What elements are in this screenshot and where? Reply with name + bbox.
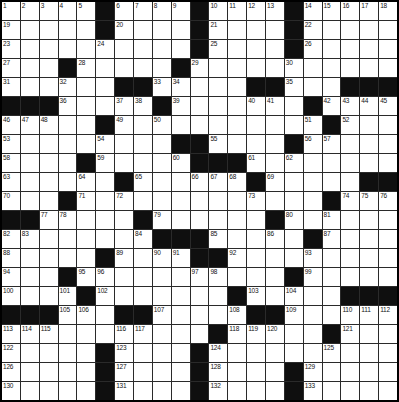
white-cell-r14c14[interactable] <box>266 268 284 286</box>
white-cell-r6c3[interactable] <box>59 116 77 134</box>
white-cell-r9c2[interactable] <box>40 173 58 191</box>
white-cell-r18c11[interactable]: 124 <box>209 344 227 362</box>
white-cell-r9c18[interactable] <box>341 173 359 191</box>
white-cell-r19c18[interactable] <box>341 363 359 381</box>
white-cell-r6c12[interactable] <box>228 116 246 134</box>
white-cell-r20c18[interactable] <box>341 382 359 400</box>
white-cell-r11c3[interactable]: 78 <box>59 211 77 229</box>
white-cell-r15c10[interactable] <box>191 287 209 305</box>
white-cell-r19c14[interactable] <box>266 363 284 381</box>
white-cell-r8c18[interactable] <box>341 154 359 172</box>
white-cell-r14c13[interactable] <box>247 268 265 286</box>
white-cell-r0c14[interactable]: 13 <box>266 2 284 20</box>
white-cell-r8c16[interactable] <box>304 154 322 172</box>
white-cell-r9c12[interactable]: 68 <box>228 173 246 191</box>
white-cell-r20c1[interactable] <box>21 382 39 400</box>
white-cell-r20c12[interactable] <box>228 382 246 400</box>
white-cell-r17c12[interactable]: 118 <box>228 325 246 343</box>
white-cell-r5c20[interactable]: 45 <box>379 97 397 115</box>
white-cell-r5c18[interactable]: 43 <box>341 97 359 115</box>
white-cell-r7c2[interactable] <box>40 135 58 153</box>
white-cell-r16c11[interactable] <box>209 306 227 324</box>
white-cell-r12c20[interactable] <box>379 230 397 248</box>
white-cell-r9c8[interactable] <box>153 173 171 191</box>
white-cell-r8c1[interactable] <box>21 154 39 172</box>
white-cell-r12c3[interactable] <box>59 230 77 248</box>
white-cell-r17c4[interactable] <box>77 325 95 343</box>
white-cell-r20c8[interactable] <box>153 382 171 400</box>
white-cell-r11c17[interactable]: 81 <box>323 211 341 229</box>
white-cell-r16c8[interactable]: 107 <box>153 306 171 324</box>
white-cell-r16c3[interactable]: 105 <box>59 306 77 324</box>
white-cell-r10c16[interactable] <box>304 192 322 210</box>
white-cell-r8c9[interactable]: 60 <box>172 154 190 172</box>
white-cell-r14c12[interactable] <box>228 268 246 286</box>
white-cell-r13c0[interactable]: 88 <box>2 249 20 267</box>
white-cell-r12c5[interactable] <box>96 230 114 248</box>
white-cell-r0c2[interactable]: 3 <box>40 2 58 20</box>
white-cell-r13c13[interactable] <box>247 249 265 267</box>
white-cell-r7c11[interactable]: 55 <box>209 135 227 153</box>
white-cell-r10c1[interactable] <box>21 192 39 210</box>
white-cell-r10c2[interactable] <box>40 192 58 210</box>
white-cell-r2c1[interactable] <box>21 40 39 58</box>
white-cell-r13c2[interactable] <box>40 249 58 267</box>
white-cell-r20c16[interactable]: 133 <box>304 382 322 400</box>
white-cell-r19c12[interactable] <box>228 363 246 381</box>
white-cell-r6c13[interactable] <box>247 116 265 134</box>
white-cell-r4c15[interactable]: 35 <box>285 78 303 96</box>
white-cell-r17c3[interactable] <box>59 325 77 343</box>
white-cell-r3c5[interactable] <box>96 59 114 77</box>
white-cell-r13c6[interactable]: 89 <box>115 249 133 267</box>
white-cell-r16c19[interactable]: 111 <box>360 306 378 324</box>
white-cell-r12c15[interactable] <box>285 230 303 248</box>
white-cell-r18c13[interactable] <box>247 344 265 362</box>
white-cell-r15c13[interactable]: 103 <box>247 287 265 305</box>
white-cell-r18c2[interactable] <box>40 344 58 362</box>
white-cell-r2c2[interactable] <box>40 40 58 58</box>
white-cell-r11c4[interactable] <box>77 211 95 229</box>
white-cell-r14c7[interactable] <box>134 268 152 286</box>
white-cell-r17c7[interactable]: 117 <box>134 325 152 343</box>
white-cell-r17c1[interactable]: 114 <box>21 325 39 343</box>
white-cell-r11c8[interactable]: 79 <box>153 211 171 229</box>
white-cell-r5c10[interactable] <box>191 97 209 115</box>
white-cell-r5c9[interactable]: 39 <box>172 97 190 115</box>
white-cell-r9c16[interactable] <box>304 173 322 191</box>
white-cell-r17c6[interactable]: 116 <box>115 325 133 343</box>
white-cell-r8c6[interactable] <box>115 154 133 172</box>
white-cell-r14c9[interactable] <box>172 268 190 286</box>
white-cell-r4c2[interactable] <box>40 78 58 96</box>
white-cell-r16c18[interactable]: 110 <box>341 306 359 324</box>
white-cell-r1c11[interactable]: 21 <box>209 21 227 39</box>
white-cell-r10c19[interactable]: 75 <box>360 192 378 210</box>
white-cell-r6c16[interactable]: 51 <box>304 116 322 134</box>
white-cell-r3c2[interactable] <box>40 59 58 77</box>
white-cell-r15c5[interactable]: 102 <box>96 287 114 305</box>
white-cell-r14c16[interactable]: 99 <box>304 268 322 286</box>
white-cell-r12c6[interactable] <box>115 230 133 248</box>
white-cell-r17c10[interactable] <box>191 325 209 343</box>
white-cell-r0c6[interactable]: 6 <box>115 2 133 20</box>
white-cell-r17c18[interactable]: 121 <box>341 325 359 343</box>
white-cell-r0c7[interactable]: 7 <box>134 2 152 20</box>
white-cell-r10c7[interactable] <box>134 192 152 210</box>
white-cell-r19c19[interactable] <box>360 363 378 381</box>
white-cell-r11c16[interactable] <box>304 211 322 229</box>
white-cell-r2c9[interactable] <box>172 40 190 58</box>
white-cell-r5c14[interactable]: 41 <box>266 97 284 115</box>
white-cell-r18c20[interactable] <box>379 344 397 362</box>
white-cell-r18c1[interactable] <box>21 344 39 362</box>
white-cell-r3c10[interactable]: 29 <box>191 59 209 77</box>
white-cell-r14c2[interactable] <box>40 268 58 286</box>
white-cell-r8c19[interactable] <box>360 154 378 172</box>
white-cell-r20c13[interactable] <box>247 382 265 400</box>
white-cell-r2c4[interactable] <box>77 40 95 58</box>
white-cell-r17c20[interactable] <box>379 325 397 343</box>
white-cell-r18c9[interactable] <box>172 344 190 362</box>
white-cell-r3c7[interactable] <box>134 59 152 77</box>
white-cell-r2c13[interactable] <box>247 40 265 58</box>
white-cell-r3c4[interactable]: 28 <box>77 59 95 77</box>
white-cell-r5c7[interactable]: 38 <box>134 97 152 115</box>
white-cell-r13c12[interactable]: 92 <box>228 249 246 267</box>
white-cell-r14c10[interactable]: 97 <box>191 268 209 286</box>
white-cell-r0c3[interactable]: 4 <box>59 2 77 20</box>
white-cell-r18c3[interactable] <box>59 344 77 362</box>
white-cell-r14c0[interactable]: 94 <box>2 268 20 286</box>
white-cell-r20c14[interactable] <box>266 382 284 400</box>
white-cell-r5c3[interactable]: 36 <box>59 97 77 115</box>
white-cell-r4c17[interactable] <box>323 78 341 96</box>
white-cell-r2c12[interactable] <box>228 40 246 58</box>
white-cell-r1c12[interactable] <box>228 21 246 39</box>
white-cell-r9c9[interactable] <box>172 173 190 191</box>
white-cell-r17c16[interactable] <box>304 325 322 343</box>
white-cell-r0c11[interactable]: 10 <box>209 2 227 20</box>
white-cell-r13c14[interactable] <box>266 249 284 267</box>
white-cell-r7c20[interactable] <box>379 135 397 153</box>
white-cell-r10c9[interactable] <box>172 192 190 210</box>
white-cell-r15c1[interactable] <box>21 287 39 305</box>
white-cell-r3c1[interactable] <box>21 59 39 77</box>
white-cell-r9c10[interactable]: 66 <box>191 173 209 191</box>
white-cell-r9c0[interactable]: 63 <box>2 173 20 191</box>
white-cell-r9c17[interactable] <box>323 173 341 191</box>
white-cell-r12c14[interactable]: 86 <box>266 230 284 248</box>
white-cell-r14c8[interactable] <box>153 268 171 286</box>
white-cell-r11c11[interactable] <box>209 211 227 229</box>
white-cell-r17c9[interactable] <box>172 325 190 343</box>
white-cell-r16c4[interactable]: 106 <box>77 306 95 324</box>
white-cell-r3c8[interactable] <box>153 59 171 77</box>
white-cell-r18c18[interactable] <box>341 344 359 362</box>
white-cell-r11c20[interactable] <box>379 211 397 229</box>
white-cell-r17c19[interactable] <box>360 325 378 343</box>
white-cell-r18c16[interactable] <box>304 344 322 362</box>
white-cell-r0c13[interactable]: 12 <box>247 2 265 20</box>
white-cell-r1c9[interactable] <box>172 21 190 39</box>
white-cell-r1c6[interactable]: 20 <box>115 21 133 39</box>
white-cell-r1c16[interactable]: 22 <box>304 21 322 39</box>
white-cell-r13c19[interactable] <box>360 249 378 267</box>
white-cell-r7c5[interactable]: 54 <box>96 135 114 153</box>
white-cell-r17c0[interactable]: 113 <box>2 325 20 343</box>
white-cell-r2c17[interactable] <box>323 40 341 58</box>
white-cell-r2c3[interactable] <box>59 40 77 58</box>
white-cell-r2c7[interactable] <box>134 40 152 58</box>
white-cell-r19c4[interactable] <box>77 363 95 381</box>
white-cell-r6c11[interactable] <box>209 116 227 134</box>
white-cell-r16c10[interactable] <box>191 306 209 324</box>
white-cell-r3c11[interactable] <box>209 59 227 77</box>
white-cell-r8c8[interactable] <box>153 154 171 172</box>
white-cell-r1c1[interactable] <box>21 21 39 39</box>
white-cell-r3c18[interactable] <box>341 59 359 77</box>
white-cell-r1c19[interactable] <box>360 21 378 39</box>
white-cell-r18c0[interactable]: 122 <box>2 344 20 362</box>
white-cell-r16c20[interactable]: 112 <box>379 306 397 324</box>
white-cell-r19c16[interactable]: 129 <box>304 363 322 381</box>
white-cell-r14c20[interactable] <box>379 268 397 286</box>
white-cell-r20c4[interactable] <box>77 382 95 400</box>
white-cell-r13c7[interactable] <box>134 249 152 267</box>
white-cell-r18c14[interactable] <box>266 344 284 362</box>
white-cell-r18c12[interactable] <box>228 344 246 362</box>
white-cell-r5c15[interactable] <box>285 97 303 115</box>
white-cell-r11c5[interactable] <box>96 211 114 229</box>
white-cell-r7c18[interactable] <box>341 135 359 153</box>
white-cell-r12c18[interactable] <box>341 230 359 248</box>
white-cell-r0c8[interactable]: 8 <box>153 2 171 20</box>
white-cell-r16c9[interactable] <box>172 306 190 324</box>
white-cell-r11c12[interactable] <box>228 211 246 229</box>
white-cell-r9c1[interactable] <box>21 173 39 191</box>
white-cell-r20c0[interactable]: 130 <box>2 382 20 400</box>
white-cell-r19c6[interactable]: 127 <box>115 363 133 381</box>
white-cell-r6c8[interactable]: 50 <box>153 116 171 134</box>
white-cell-r5c12[interactable] <box>228 97 246 115</box>
white-cell-r15c14[interactable] <box>266 287 284 305</box>
white-cell-r8c3[interactable] <box>59 154 77 172</box>
white-cell-r15c8[interactable] <box>153 287 171 305</box>
white-cell-r14c1[interactable] <box>21 268 39 286</box>
white-cell-r0c9[interactable]: 9 <box>172 2 190 20</box>
white-cell-r12c4[interactable] <box>77 230 95 248</box>
white-cell-r1c0[interactable]: 19 <box>2 21 20 39</box>
white-cell-r12c12[interactable] <box>228 230 246 248</box>
white-cell-r14c6[interactable] <box>115 268 133 286</box>
white-cell-r19c0[interactable]: 126 <box>2 363 20 381</box>
white-cell-r15c15[interactable]: 104 <box>285 287 303 305</box>
white-cell-r17c15[interactable] <box>285 325 303 343</box>
white-cell-r17c5[interactable] <box>96 325 114 343</box>
white-cell-r9c15[interactable] <box>285 173 303 191</box>
white-cell-r8c15[interactable]: 62 <box>285 154 303 172</box>
white-cell-r13c8[interactable]: 90 <box>153 249 171 267</box>
white-cell-r1c3[interactable] <box>59 21 77 39</box>
white-cell-r10c11[interactable] <box>209 192 227 210</box>
white-cell-r10c10[interactable] <box>191 192 209 210</box>
white-cell-r12c17[interactable]: 87 <box>323 230 341 248</box>
white-cell-r3c14[interactable] <box>266 59 284 77</box>
white-cell-r12c2[interactable] <box>40 230 58 248</box>
white-cell-r3c15[interactable]: 30 <box>285 59 303 77</box>
white-cell-r8c7[interactable] <box>134 154 152 172</box>
white-cell-r8c20[interactable] <box>379 154 397 172</box>
white-cell-r16c16[interactable] <box>304 306 322 324</box>
white-cell-r5c17[interactable]: 42 <box>323 97 341 115</box>
white-cell-r0c16[interactable]: 14 <box>304 2 322 20</box>
white-cell-r6c10[interactable] <box>191 116 209 134</box>
white-cell-r3c12[interactable] <box>228 59 246 77</box>
white-cell-r20c19[interactable] <box>360 382 378 400</box>
white-cell-r11c15[interactable]: 80 <box>285 211 303 229</box>
white-cell-r0c20[interactable]: 18 <box>379 2 397 20</box>
white-cell-r7c3[interactable] <box>59 135 77 153</box>
white-cell-r11c19[interactable] <box>360 211 378 229</box>
white-cell-r4c16[interactable] <box>304 78 322 96</box>
white-cell-r3c13[interactable] <box>247 59 265 77</box>
white-cell-r14c11[interactable]: 98 <box>209 268 227 286</box>
white-cell-r11c13[interactable] <box>247 211 265 229</box>
white-cell-r5c13[interactable]: 40 <box>247 97 265 115</box>
white-cell-r4c0[interactable]: 31 <box>2 78 20 96</box>
white-cell-r19c20[interactable] <box>379 363 397 381</box>
white-cell-r18c6[interactable]: 123 <box>115 344 133 362</box>
white-cell-r5c5[interactable] <box>96 97 114 115</box>
white-cell-r8c14[interactable] <box>266 154 284 172</box>
white-cell-r0c19[interactable]: 17 <box>360 2 378 20</box>
white-cell-r8c17[interactable] <box>323 154 341 172</box>
white-cell-r10c14[interactable] <box>266 192 284 210</box>
white-cell-r3c19[interactable] <box>360 59 378 77</box>
white-cell-r9c5[interactable] <box>96 173 114 191</box>
white-cell-r0c0[interactable]: 1 <box>2 2 20 20</box>
white-cell-r13c15[interactable] <box>285 249 303 267</box>
white-cell-r19c7[interactable] <box>134 363 152 381</box>
white-cell-r12c0[interactable]: 82 <box>2 230 20 248</box>
white-cell-r4c5[interactable] <box>96 78 114 96</box>
white-cell-r20c11[interactable]: 132 <box>209 382 227 400</box>
white-cell-r6c7[interactable] <box>134 116 152 134</box>
white-cell-r16c12[interactable]: 108 <box>228 306 246 324</box>
white-cell-r20c7[interactable] <box>134 382 152 400</box>
white-cell-r10c13[interactable]: 73 <box>247 192 265 210</box>
white-cell-r15c11[interactable] <box>209 287 227 305</box>
white-cell-r13c3[interactable] <box>59 249 77 267</box>
white-cell-r2c6[interactable] <box>115 40 133 58</box>
white-cell-r20c9[interactable] <box>172 382 190 400</box>
white-cell-r7c19[interactable] <box>360 135 378 153</box>
white-cell-r16c15[interactable]: 109 <box>285 306 303 324</box>
white-cell-r12c7[interactable]: 84 <box>134 230 152 248</box>
white-cell-r15c2[interactable] <box>40 287 58 305</box>
white-cell-r3c0[interactable]: 27 <box>2 59 20 77</box>
white-cell-r2c20[interactable] <box>379 40 397 58</box>
white-cell-r11c6[interactable] <box>115 211 133 229</box>
white-cell-r13c20[interactable] <box>379 249 397 267</box>
white-cell-r10c8[interactable] <box>153 192 171 210</box>
white-cell-r15c6[interactable] <box>115 287 133 305</box>
white-cell-r4c8[interactable]: 33 <box>153 78 171 96</box>
white-cell-r9c4[interactable]: 64 <box>77 173 95 191</box>
white-cell-r10c12[interactable] <box>228 192 246 210</box>
white-cell-r0c12[interactable]: 11 <box>228 2 246 20</box>
white-cell-r10c18[interactable]: 74 <box>341 192 359 210</box>
white-cell-r4c12[interactable] <box>228 78 246 96</box>
white-cell-r6c9[interactable] <box>172 116 190 134</box>
white-cell-r18c17[interactable]: 125 <box>323 344 341 362</box>
white-cell-r1c14[interactable] <box>266 21 284 39</box>
white-cell-r11c10[interactable] <box>191 211 209 229</box>
white-cell-r17c8[interactable] <box>153 325 171 343</box>
white-cell-r2c14[interactable] <box>266 40 284 58</box>
white-cell-r6c14[interactable] <box>266 116 284 134</box>
white-cell-r8c2[interactable] <box>40 154 58 172</box>
white-cell-r8c0[interactable]: 58 <box>2 154 20 172</box>
white-cell-r13c4[interactable] <box>77 249 95 267</box>
white-cell-r5c4[interactable] <box>77 97 95 115</box>
white-cell-r7c0[interactable]: 53 <box>2 135 20 153</box>
white-cell-r19c13[interactable] <box>247 363 265 381</box>
white-cell-r3c16[interactable] <box>304 59 322 77</box>
white-cell-r0c4[interactable]: 5 <box>77 2 95 20</box>
white-cell-r7c4[interactable] <box>77 135 95 153</box>
white-cell-r20c3[interactable] <box>59 382 77 400</box>
white-cell-r1c8[interactable] <box>153 21 171 39</box>
white-cell-r2c0[interactable]: 23 <box>2 40 20 58</box>
white-cell-r1c18[interactable] <box>341 21 359 39</box>
white-cell-r19c11[interactable]: 128 <box>209 363 227 381</box>
white-cell-r17c14[interactable]: 120 <box>266 325 284 343</box>
white-cell-r19c1[interactable] <box>21 363 39 381</box>
white-cell-r1c20[interactable] <box>379 21 397 39</box>
white-cell-r2c18[interactable] <box>341 40 359 58</box>
white-cell-r1c4[interactable] <box>77 21 95 39</box>
white-cell-r7c14[interactable] <box>266 135 284 153</box>
white-cell-r12c11[interactable]: 85 <box>209 230 227 248</box>
white-cell-r15c9[interactable] <box>172 287 190 305</box>
white-cell-r18c15[interactable] <box>285 344 303 362</box>
white-cell-r7c1[interactable] <box>21 135 39 153</box>
white-cell-r9c3[interactable] <box>59 173 77 191</box>
white-cell-r14c5[interactable]: 96 <box>96 268 114 286</box>
white-cell-r7c6[interactable] <box>115 135 133 153</box>
white-cell-r7c8[interactable] <box>153 135 171 153</box>
white-cell-r13c1[interactable] <box>21 249 39 267</box>
white-cell-r6c1[interactable]: 47 <box>21 116 39 134</box>
white-cell-r10c20[interactable]: 76 <box>379 192 397 210</box>
white-cell-r12c19[interactable] <box>360 230 378 248</box>
white-cell-r3c17[interactable] <box>323 59 341 77</box>
white-cell-r10c6[interactable]: 72 <box>115 192 133 210</box>
white-cell-r18c4[interactable] <box>77 344 95 362</box>
white-cell-r2c19[interactable] <box>360 40 378 58</box>
white-cell-r7c17[interactable]: 57 <box>323 135 341 153</box>
white-cell-r9c11[interactable]: 67 <box>209 173 227 191</box>
white-cell-r17c13[interactable]: 119 <box>247 325 265 343</box>
white-cell-r14c19[interactable] <box>360 268 378 286</box>
white-cell-r18c7[interactable] <box>134 344 152 362</box>
white-cell-r17c2[interactable]: 115 <box>40 325 58 343</box>
white-cell-r4c9[interactable]: 34 <box>172 78 190 96</box>
white-cell-r16c17[interactable] <box>323 306 341 324</box>
white-cell-r1c13[interactable] <box>247 21 265 39</box>
